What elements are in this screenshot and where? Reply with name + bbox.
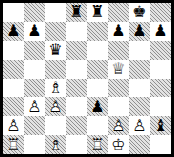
square-g2[interactable]: ♟♙ xyxy=(129,116,150,135)
white-rook: ♜♖ xyxy=(3,135,24,154)
square-h3[interactable] xyxy=(150,97,171,116)
black-pawn: ♟ xyxy=(108,22,129,41)
white-rook: ♜♖ xyxy=(87,135,108,154)
square-f3[interactable] xyxy=(108,97,129,116)
square-b8[interactable] xyxy=(24,3,45,22)
square-a4[interactable] xyxy=(3,79,24,98)
black-pawn: ♟ xyxy=(87,97,108,116)
square-b2[interactable] xyxy=(24,116,45,135)
square-f6[interactable] xyxy=(108,41,129,60)
square-h7[interactable]: ♟ xyxy=(150,22,171,41)
square-g3[interactable] xyxy=(129,97,150,116)
square-e4[interactable] xyxy=(87,79,108,98)
white-pawn: ♟♙ xyxy=(3,116,24,135)
square-f4[interactable] xyxy=(108,79,129,98)
square-a6[interactable] xyxy=(3,41,24,60)
square-d4[interactable] xyxy=(66,79,87,98)
square-c1[interactable]: ♝♗ xyxy=(45,135,66,154)
square-f5[interactable]: ♛♕ xyxy=(108,60,129,79)
square-e1[interactable]: ♜♖ xyxy=(87,135,108,154)
square-h1[interactable] xyxy=(150,135,171,154)
white-bishop: ♝♗ xyxy=(45,79,66,98)
square-c3[interactable]: ♟♙ xyxy=(45,97,66,116)
square-e6[interactable] xyxy=(87,41,108,60)
square-b5[interactable] xyxy=(24,60,45,79)
square-d8[interactable]: ♜ xyxy=(66,3,87,22)
square-g5[interactable] xyxy=(129,60,150,79)
black-pawn: ♟ xyxy=(129,22,150,41)
black-queen: ♛ xyxy=(45,41,66,60)
square-h6[interactable] xyxy=(150,41,171,60)
square-d5[interactable] xyxy=(66,60,87,79)
square-a7[interactable]: ♟ xyxy=(3,22,24,41)
white-pawn: ♟♙ xyxy=(45,97,66,116)
white-bishop: ♝♗ xyxy=(45,135,66,154)
white-pawn: ♟♙ xyxy=(24,97,45,116)
black-king: ♚ xyxy=(129,3,150,22)
square-c6[interactable]: ♛ xyxy=(45,41,66,60)
square-g6[interactable] xyxy=(129,41,150,60)
chess-board: ♜♜♚♟♟♟♟♟♛♛♕♝♗♟♙♟♙♟♟♙♟♙♟♙♝♜♖♝♗♜♖♚♔ xyxy=(3,3,171,154)
square-f8[interactable] xyxy=(108,3,129,22)
square-a8[interactable] xyxy=(3,3,24,22)
square-c8[interactable] xyxy=(45,3,66,22)
black-rook: ♜ xyxy=(87,3,108,22)
square-a2[interactable]: ♟♙ xyxy=(3,116,24,135)
square-a1[interactable]: ♜♖ xyxy=(3,135,24,154)
white-pawn: ♟♙ xyxy=(129,116,150,135)
square-c2[interactable] xyxy=(45,116,66,135)
square-f2[interactable]: ♟♙ xyxy=(108,116,129,135)
square-c4[interactable]: ♝♗ xyxy=(45,79,66,98)
square-b7[interactable]: ♟ xyxy=(24,22,45,41)
square-b3[interactable]: ♟♙ xyxy=(24,97,45,116)
square-b6[interactable] xyxy=(24,41,45,60)
square-h8[interactable] xyxy=(150,3,171,22)
black-bishop: ♝ xyxy=(150,116,171,135)
square-d1[interactable] xyxy=(66,135,87,154)
black-pawn: ♟ xyxy=(3,22,24,41)
square-a5[interactable] xyxy=(3,60,24,79)
square-c7[interactable] xyxy=(45,22,66,41)
square-g4[interactable] xyxy=(129,79,150,98)
black-pawn: ♟ xyxy=(150,22,171,41)
black-rook: ♜ xyxy=(66,3,87,22)
white-king: ♚♔ xyxy=(108,135,129,154)
square-h2[interactable]: ♝ xyxy=(150,116,171,135)
white-queen: ♛♕ xyxy=(108,60,129,79)
white-pawn: ♟♙ xyxy=(108,116,129,135)
square-b1[interactable] xyxy=(24,135,45,154)
square-e2[interactable] xyxy=(87,116,108,135)
square-d7[interactable] xyxy=(66,22,87,41)
square-c5[interactable] xyxy=(45,60,66,79)
square-e7[interactable] xyxy=(87,22,108,41)
square-d3[interactable] xyxy=(66,97,87,116)
square-e8[interactable]: ♜ xyxy=(87,3,108,22)
square-d2[interactable] xyxy=(66,116,87,135)
chess-diagram-frame: ♜♜♚♟♟♟♟♟♛♛♕♝♗♟♙♟♙♟♟♙♟♙♟♙♝♜♖♝♗♜♖♚♔ xyxy=(0,0,174,157)
square-f1[interactable]: ♚♔ xyxy=(108,135,129,154)
square-b4[interactable] xyxy=(24,79,45,98)
black-pawn: ♟ xyxy=(24,22,45,41)
square-h5[interactable] xyxy=(150,60,171,79)
square-e5[interactable] xyxy=(87,60,108,79)
square-g8[interactable]: ♚ xyxy=(129,3,150,22)
square-d6[interactable] xyxy=(66,41,87,60)
square-e3[interactable]: ♟ xyxy=(87,97,108,116)
square-a3[interactable] xyxy=(3,97,24,116)
square-g7[interactable]: ♟ xyxy=(129,22,150,41)
square-h4[interactable] xyxy=(150,79,171,98)
square-f7[interactable]: ♟ xyxy=(108,22,129,41)
square-g1[interactable] xyxy=(129,135,150,154)
